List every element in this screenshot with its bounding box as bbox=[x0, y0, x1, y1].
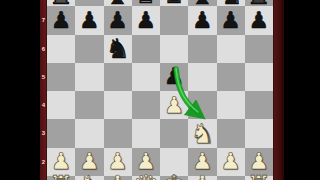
board-frame: ♜♝♛♚♝♞♜♟♟♟♟♟♟♟♞♟♟♞♟♟♟♟♟♟♟♜♞♝♛♚♝♜ 765432 bbox=[40, 0, 284, 180]
square-h4[interactable] bbox=[245, 91, 273, 119]
square-b4[interactable] bbox=[75, 91, 103, 119]
square-e5[interactable]: ♟ bbox=[160, 63, 188, 91]
square-g6[interactable] bbox=[217, 35, 245, 63]
square-g7[interactable]: ♟ bbox=[217, 6, 245, 34]
square-b6[interactable] bbox=[75, 35, 103, 63]
piece-white-king-e1[interactable]: ♚ bbox=[162, 172, 187, 180]
square-d1[interactable]: ♛ bbox=[132, 176, 160, 180]
square-e6[interactable] bbox=[160, 35, 188, 63]
piece-black-pawn-d7[interactable]: ♟ bbox=[136, 9, 157, 32]
piece-white-rook-h1[interactable]: ♜ bbox=[247, 172, 271, 180]
chess-board[interactable]: ♜♝♛♚♝♞♜♟♟♟♟♟♟♟♞♟♟♞♟♟♟♟♟♟♟♜♞♝♛♚♝♜ bbox=[47, 0, 273, 180]
piece-white-knight-b1[interactable]: ♞ bbox=[77, 172, 101, 180]
rank-label-3: 3 bbox=[40, 130, 47, 136]
piece-black-pawn-f7[interactable]: ♟ bbox=[192, 9, 213, 32]
square-c7[interactable]: ♟ bbox=[104, 6, 132, 34]
piece-white-bishop-c1[interactable]: ♝ bbox=[106, 172, 130, 180]
square-d4[interactable] bbox=[132, 91, 160, 119]
square-f1[interactable]: ♝ bbox=[188, 176, 216, 180]
rank-label-2: 2 bbox=[40, 159, 47, 165]
rank-label-4: 4 bbox=[40, 102, 47, 108]
square-g2[interactable]: ♟ bbox=[217, 148, 245, 176]
square-h1[interactable]: ♜ bbox=[245, 176, 273, 180]
square-b5[interactable] bbox=[75, 63, 103, 91]
rank-label-5: 5 bbox=[40, 74, 47, 80]
square-e4[interactable]: ♟ bbox=[160, 91, 188, 119]
square-e7[interactable] bbox=[160, 6, 188, 34]
square-c4[interactable] bbox=[104, 91, 132, 119]
square-d7[interactable]: ♟ bbox=[132, 6, 160, 34]
square-a1[interactable]: ♜ bbox=[47, 176, 75, 180]
square-a4[interactable] bbox=[47, 91, 75, 119]
square-a7[interactable]: ♟ bbox=[47, 6, 75, 34]
square-h5[interactable] bbox=[245, 63, 273, 91]
square-e3[interactable] bbox=[160, 119, 188, 147]
square-f7[interactable]: ♟ bbox=[188, 6, 216, 34]
video-frame: ♜♝♛♚♝♞♜♟♟♟♟♟♟♟♞♟♟♞♟♟♟♟♟♟♟♜♞♝♛♚♝♜ 765432 bbox=[0, 0, 320, 180]
rank-label-7: 7 bbox=[40, 17, 47, 23]
piece-black-pawn-g7[interactable]: ♟ bbox=[220, 9, 241, 32]
rank-label-6: 6 bbox=[40, 46, 47, 52]
square-c6[interactable]: ♞ bbox=[104, 35, 132, 63]
piece-black-pawn-c7[interactable]: ♟ bbox=[107, 9, 128, 32]
square-d6[interactable] bbox=[132, 35, 160, 63]
square-h3[interactable] bbox=[245, 119, 273, 147]
piece-white-queen-d1[interactable]: ♛ bbox=[133, 172, 158, 180]
square-g5[interactable] bbox=[217, 63, 245, 91]
square-f4[interactable] bbox=[188, 91, 216, 119]
square-c1[interactable]: ♝ bbox=[104, 176, 132, 180]
piece-white-rook-a1[interactable]: ♜ bbox=[49, 172, 73, 180]
square-h6[interactable] bbox=[245, 35, 273, 63]
piece-black-knight-c6[interactable]: ♞ bbox=[106, 35, 130, 62]
square-a5[interactable] bbox=[47, 63, 75, 91]
square-h7[interactable]: ♟ bbox=[245, 6, 273, 34]
square-c3[interactable] bbox=[104, 119, 132, 147]
piece-white-pawn-e4[interactable]: ♟ bbox=[164, 94, 185, 117]
piece-white-bishop-f1[interactable]: ♝ bbox=[190, 172, 214, 180]
square-b7[interactable]: ♟ bbox=[75, 6, 103, 34]
square-a3[interactable] bbox=[47, 119, 75, 147]
square-f3[interactable]: ♞ bbox=[188, 119, 216, 147]
square-g3[interactable] bbox=[217, 119, 245, 147]
square-a6[interactable] bbox=[47, 35, 75, 63]
piece-black-pawn-e5[interactable]: ♟ bbox=[164, 65, 185, 88]
square-d3[interactable] bbox=[132, 119, 160, 147]
square-b1[interactable]: ♞ bbox=[75, 176, 103, 180]
square-e1[interactable]: ♚ bbox=[160, 176, 188, 180]
square-c5[interactable] bbox=[104, 63, 132, 91]
piece-black-pawn-a7[interactable]: ♟ bbox=[51, 9, 72, 32]
piece-white-knight-f3[interactable]: ♞ bbox=[190, 120, 214, 147]
piece-white-pawn-g2[interactable]: ♟ bbox=[220, 150, 241, 173]
square-f6[interactable] bbox=[188, 35, 216, 63]
square-f5[interactable] bbox=[188, 63, 216, 91]
piece-black-pawn-b7[interactable]: ♟ bbox=[79, 9, 100, 32]
square-b3[interactable] bbox=[75, 119, 103, 147]
square-g1[interactable] bbox=[217, 176, 245, 180]
square-d5[interactable] bbox=[132, 63, 160, 91]
square-g4[interactable] bbox=[217, 91, 245, 119]
piece-black-pawn-h7[interactable]: ♟ bbox=[249, 9, 270, 32]
